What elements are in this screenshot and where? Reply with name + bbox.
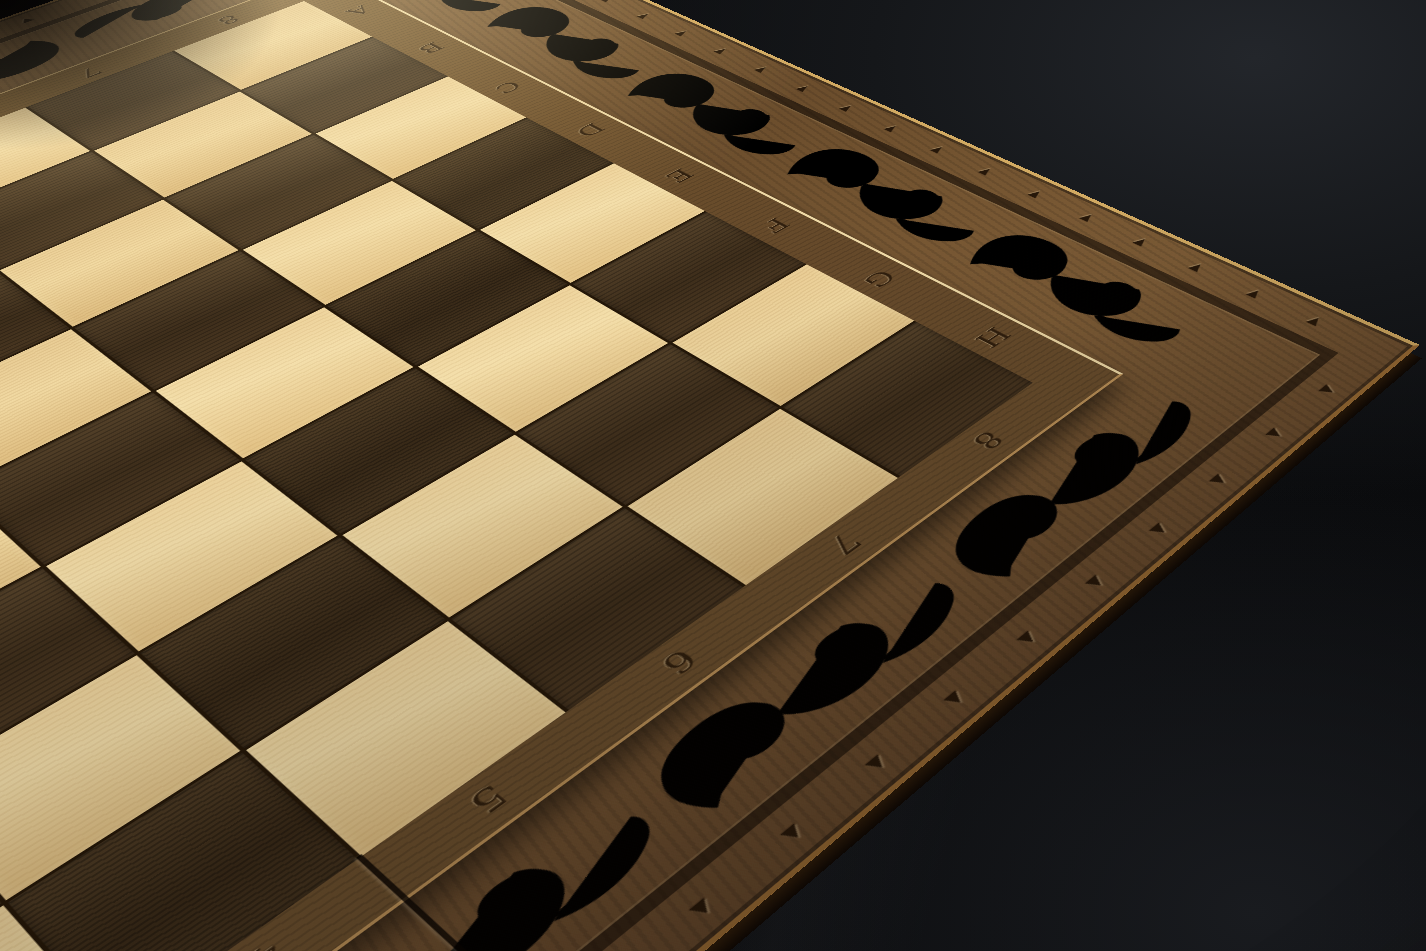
file-label-f: F [755, 214, 796, 236]
file-label-h: H [968, 323, 1018, 352]
file-label-d: D [570, 120, 611, 140]
file-label-a: A [342, 3, 376, 19]
rank-label-8: 8 [965, 426, 1012, 455]
rank-label-6: 6 [653, 643, 706, 681]
file-label-c: C [489, 78, 527, 96]
file-label-g: G [857, 266, 903, 291]
photo-scene: ▾▾▾▾▾▾▾▾▾▾▾▾▾▾▾▾▾▾▾▾▾▾ ▾▾▾▾▾▾▾▾▾▾▾▾▾▾▾▾▾… [0, 0, 1426, 951]
rank-label-5: 5 [460, 777, 516, 821]
file-label-b: B [413, 39, 449, 56]
rank-label-7: 7 [820, 527, 870, 560]
file-label-e: E [659, 165, 699, 186]
